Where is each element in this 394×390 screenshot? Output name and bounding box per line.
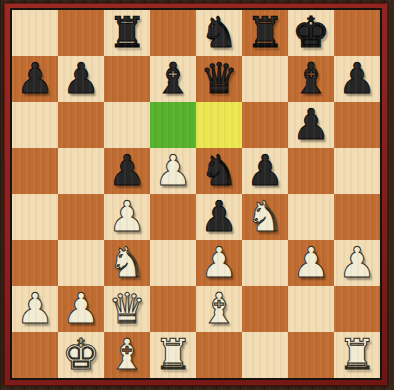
white-pawn-d5: ♟	[154, 148, 192, 194]
white-pawn-h3: ♟	[338, 240, 376, 286]
square-f7[interactable]	[242, 56, 288, 102]
square-b7[interactable]: ♟	[58, 56, 104, 102]
black-pawn-a7: ♟	[16, 56, 54, 102]
square-c8[interactable]: ♜	[104, 10, 150, 56]
black-knight-e5: ♞	[200, 148, 238, 194]
square-a5[interactable]	[12, 148, 58, 194]
white-pawn-a2: ♟	[16, 286, 54, 332]
square-g3[interactable]: ♟	[288, 240, 334, 286]
square-e8[interactable]: ♞	[196, 10, 242, 56]
black-pawn-e4: ♟	[200, 194, 238, 240]
square-d1[interactable]: ♜	[150, 332, 196, 378]
square-g4[interactable]	[288, 194, 334, 240]
square-d2[interactable]	[150, 286, 196, 332]
square-c6[interactable]	[104, 102, 150, 148]
square-b2[interactable]: ♟	[58, 286, 104, 332]
white-bishop-c1: ♝	[108, 332, 146, 378]
black-pawn-g6: ♟	[292, 102, 330, 148]
square-c4[interactable]: ♟	[104, 194, 150, 240]
square-a8[interactable]	[12, 10, 58, 56]
square-g6[interactable]: ♟	[288, 102, 334, 148]
square-b3[interactable]	[58, 240, 104, 286]
square-g7[interactable]: ♝	[288, 56, 334, 102]
square-e4[interactable]: ♟	[196, 194, 242, 240]
square-h2[interactable]	[334, 286, 380, 332]
black-knight-e8: ♞	[200, 10, 238, 56]
square-a4[interactable]	[12, 194, 58, 240]
square-c3[interactable]: ♞	[104, 240, 150, 286]
square-f5[interactable]: ♟	[242, 148, 288, 194]
white-knight-f4: ♞	[246, 194, 284, 240]
black-bishop-d7: ♝	[154, 56, 192, 102]
square-d4[interactable]	[150, 194, 196, 240]
white-rook-h1: ♜	[338, 332, 376, 378]
white-pawn-e3: ♟	[200, 240, 238, 286]
square-a2[interactable]: ♟	[12, 286, 58, 332]
square-b8[interactable]	[58, 10, 104, 56]
black-rook-f8: ♜	[246, 10, 284, 56]
square-c5[interactable]: ♟	[104, 148, 150, 194]
square-e5[interactable]: ♞	[196, 148, 242, 194]
square-h4[interactable]	[334, 194, 380, 240]
yellow-highlight-square[interactable]	[196, 102, 242, 148]
chess-board: ♜♞♜♚♟♟♝♛♝♟♟♟♟♞♟♟♟♞♞♟♟♟♟♟♛♝♚♝♜♜	[10, 8, 382, 380]
white-pawn-c4: ♟	[108, 194, 146, 240]
square-c2[interactable]: ♛	[104, 286, 150, 332]
square-f3[interactable]	[242, 240, 288, 286]
square-a3[interactable]	[12, 240, 58, 286]
white-pawn-g3: ♟	[292, 240, 330, 286]
square-g1[interactable]	[288, 332, 334, 378]
square-g8[interactable]: ♚	[288, 10, 334, 56]
white-queen-c2: ♛	[108, 286, 146, 332]
black-pawn-c5: ♟	[108, 148, 146, 194]
square-h5[interactable]	[334, 148, 380, 194]
white-rook-d1: ♜	[154, 332, 192, 378]
square-f1[interactable]	[242, 332, 288, 378]
square-h3[interactable]: ♟	[334, 240, 380, 286]
square-b1[interactable]: ♚	[58, 332, 104, 378]
square-d5[interactable]: ♟	[150, 148, 196, 194]
black-pawn-b7: ♟	[62, 56, 100, 102]
square-e7[interactable]: ♛	[196, 56, 242, 102]
wood-background: { "game": "chess", "position": "2r1nrk1/…	[0, 0, 394, 390]
square-a1[interactable]	[12, 332, 58, 378]
square-d3[interactable]	[150, 240, 196, 286]
square-c7[interactable]	[104, 56, 150, 102]
square-a7[interactable]: ♟	[12, 56, 58, 102]
square-d7[interactable]: ♝	[150, 56, 196, 102]
square-e1[interactable]	[196, 332, 242, 378]
square-f8[interactable]: ♜	[242, 10, 288, 56]
square-h6[interactable]	[334, 102, 380, 148]
square-b6[interactable]	[58, 102, 104, 148]
square-b4[interactable]	[58, 194, 104, 240]
black-pawn-f5: ♟	[246, 148, 284, 194]
black-pawn-h7: ♟	[338, 56, 376, 102]
square-h8[interactable]	[334, 10, 380, 56]
black-bishop-g7: ♝	[292, 56, 330, 102]
square-d8[interactable]	[150, 10, 196, 56]
square-g2[interactable]	[288, 286, 334, 332]
black-queen-e7: ♛	[200, 56, 238, 102]
white-king-b1: ♚	[62, 332, 100, 378]
square-g5[interactable]	[288, 148, 334, 194]
white-knight-c3: ♞	[108, 240, 146, 286]
square-f4[interactable]: ♞	[242, 194, 288, 240]
square-h1[interactable]: ♜	[334, 332, 380, 378]
black-rook-c8: ♜	[108, 10, 146, 56]
square-f6[interactable]	[242, 102, 288, 148]
square-b5[interactable]	[58, 148, 104, 194]
square-c1[interactable]: ♝	[104, 332, 150, 378]
white-pawn-b2: ♟	[62, 286, 100, 332]
green-highlight-square[interactable]	[150, 102, 196, 148]
white-bishop-e2: ♝	[200, 286, 238, 332]
black-king-g8: ♚	[292, 10, 330, 56]
square-e3[interactable]: ♟	[196, 240, 242, 286]
square-a6[interactable]	[12, 102, 58, 148]
square-f2[interactable]	[242, 286, 288, 332]
square-h7[interactable]: ♟	[334, 56, 380, 102]
square-e2[interactable]: ♝	[196, 286, 242, 332]
